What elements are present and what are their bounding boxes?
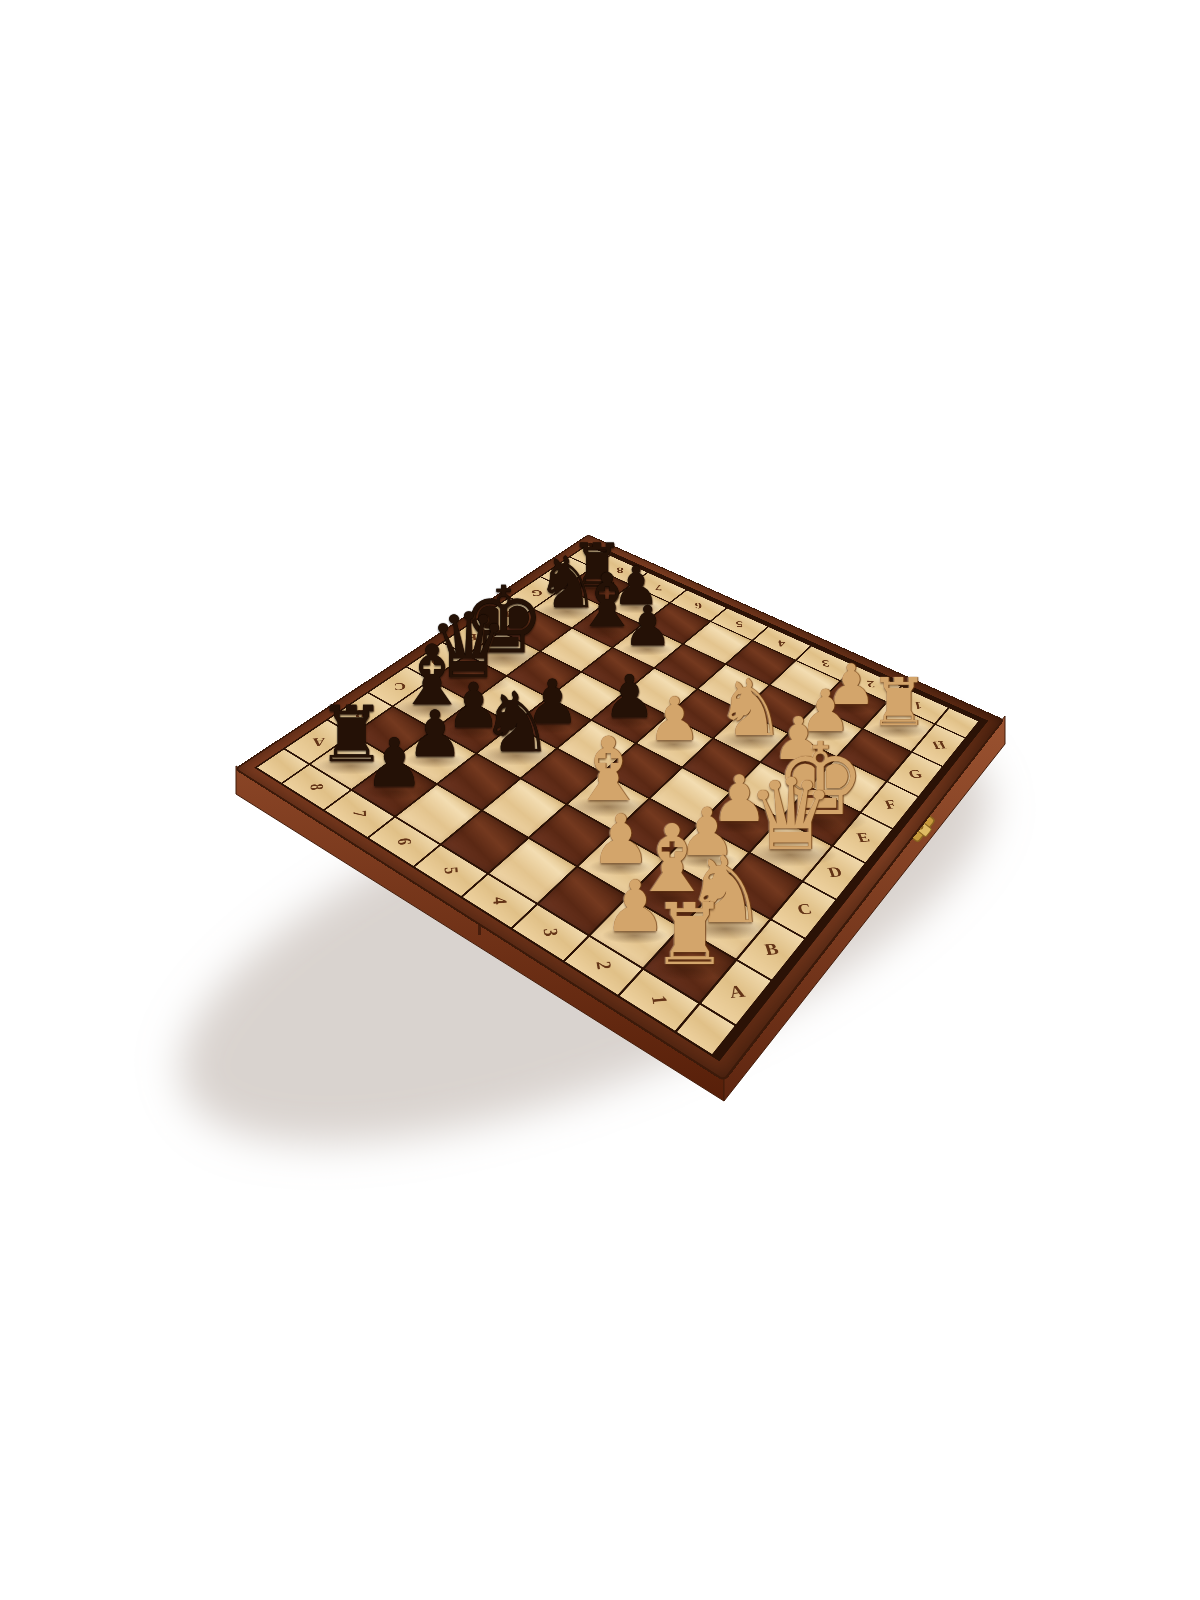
product-photo-page: ABCDEFGH8877665544332211ABCDEFGH ♜♝♛♚♞♜♟… (0, 0, 1200, 1600)
piece-black-pawn-a7[interactable]: ♟ (364, 730, 424, 797)
piece-black-pawn-g6[interactable]: ♟ (623, 599, 672, 654)
piece-white-rook-a1[interactable]: ♜ (652, 892, 728, 977)
piece-black-knight-c6[interactable]: ♞ (479, 680, 553, 763)
piece-white-rook-h1[interactable]: ♜ (869, 670, 928, 736)
piece-white-pawn-e4[interactable]: ♟ (648, 690, 702, 750)
